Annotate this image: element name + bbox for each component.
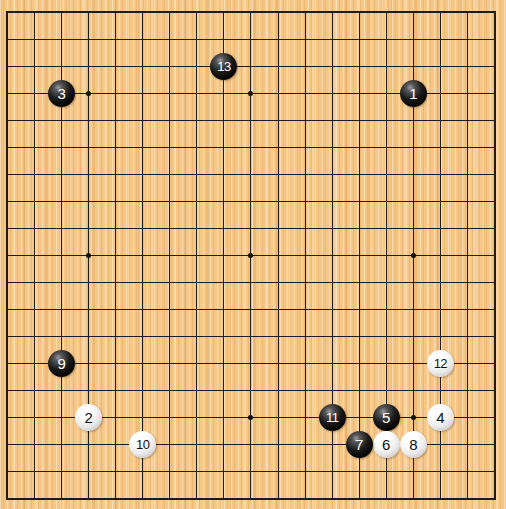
- star-point: [411, 415, 416, 420]
- stone-white-4: 4: [427, 404, 454, 431]
- stone-white-2: 2: [75, 404, 102, 431]
- move-number: 7: [355, 437, 363, 452]
- stone-black-11: 11: [319, 404, 346, 431]
- move-number: 5: [382, 410, 390, 425]
- move-number: 9: [57, 356, 65, 371]
- star-point: [86, 253, 91, 258]
- move-number: 11: [326, 411, 339, 424]
- star-point: [86, 91, 91, 96]
- move-number: 13: [217, 60, 230, 73]
- stone-white-8: 8: [400, 431, 427, 458]
- move-number: 4: [436, 410, 444, 425]
- go-board[interactable]: 12345678910111213: [0, 0, 506, 509]
- stone-white-6: 6: [373, 431, 400, 458]
- move-number: 8: [409, 437, 417, 452]
- stone-black-5: 5: [373, 404, 400, 431]
- stone-black-1: 1: [400, 80, 427, 107]
- stone-black-9: 9: [48, 350, 75, 377]
- stone-white-12: 12: [427, 350, 454, 377]
- move-number: 2: [84, 410, 92, 425]
- stone-black-3: 3: [48, 80, 75, 107]
- move-number: 1: [409, 86, 417, 101]
- star-point: [411, 253, 416, 258]
- stone-black-13: 13: [210, 53, 237, 80]
- stone-white-10: 10: [129, 431, 156, 458]
- move-number: 10: [136, 438, 149, 451]
- stone-black-7: 7: [346, 431, 373, 458]
- move-number: 6: [382, 437, 390, 452]
- move-number: 12: [434, 357, 447, 370]
- move-number: 3: [57, 86, 65, 101]
